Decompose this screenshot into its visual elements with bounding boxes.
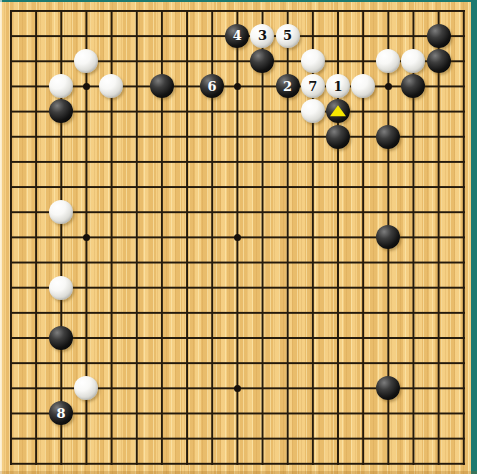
white-stone[interactable]: 7 — [301, 74, 325, 98]
white-stone[interactable] — [376, 49, 400, 73]
white-stone[interactable] — [401, 49, 425, 73]
move-number: 6 — [200, 74, 224, 98]
black-stone[interactable]: 2 — [276, 74, 300, 98]
frame-right-edge — [471, 0, 477, 474]
star-point — [83, 234, 90, 241]
black-stone[interactable] — [49, 326, 73, 350]
black-stone[interactable] — [250, 49, 274, 73]
white-stone[interactable] — [74, 49, 98, 73]
white-stone[interactable] — [351, 74, 375, 98]
white-stone[interactable] — [99, 74, 123, 98]
move-number: 3 — [250, 24, 274, 48]
black-stone[interactable] — [326, 99, 350, 123]
white-stone[interactable] — [49, 276, 73, 300]
black-stone[interactable]: 6 — [200, 74, 224, 98]
move-number: 8 — [49, 401, 73, 425]
black-stone[interactable] — [49, 99, 73, 123]
black-stone[interactable] — [326, 125, 350, 149]
frame-left-edge — [0, 0, 2, 474]
move-number: 7 — [301, 74, 325, 98]
star-point — [83, 83, 90, 90]
move-number: 4 — [225, 24, 249, 48]
star-point — [385, 83, 392, 90]
white-stone[interactable] — [49, 74, 73, 98]
white-stone[interactable] — [74, 376, 98, 400]
black-stone[interactable] — [401, 74, 425, 98]
board-grid[interactable]: 43562718 — [10, 10, 465, 465]
black-stone[interactable]: 8 — [49, 401, 73, 425]
star-point — [234, 234, 241, 241]
white-stone[interactable] — [49, 200, 73, 224]
black-stone[interactable] — [427, 49, 451, 73]
white-stone[interactable]: 1 — [326, 74, 350, 98]
goban-board[interactable]: 43562718 — [0, 0, 477, 474]
move-number: 1 — [326, 74, 350, 98]
white-stone[interactable]: 3 — [250, 24, 274, 48]
black-stone[interactable] — [150, 74, 174, 98]
white-stone[interactable]: 5 — [276, 24, 300, 48]
frame-top-edge — [0, 0, 477, 2]
black-stone[interactable] — [376, 125, 400, 149]
star-point — [234, 385, 241, 392]
black-stone[interactable] — [376, 376, 400, 400]
move-number: 5 — [276, 24, 300, 48]
white-stone[interactable] — [301, 49, 325, 73]
triangle-marker-icon — [330, 106, 346, 117]
move-number: 2 — [276, 74, 300, 98]
black-stone[interactable] — [376, 225, 400, 249]
black-stone[interactable] — [427, 24, 451, 48]
star-point — [234, 83, 241, 90]
black-stone[interactable]: 4 — [225, 24, 249, 48]
white-stone[interactable] — [301, 99, 325, 123]
